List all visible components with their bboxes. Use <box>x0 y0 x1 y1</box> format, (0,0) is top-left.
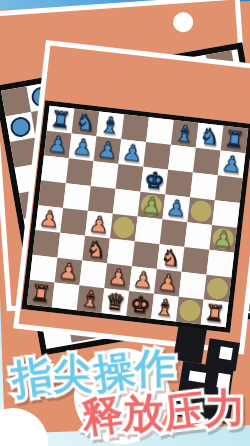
square-g2[interactable] <box>179 272 207 300</box>
black-knight-g8[interactable]: ♞ <box>196 123 224 151</box>
square-f4[interactable] <box>160 219 188 247</box>
square-b6[interactable] <box>66 158 94 186</box>
blue-disc-piece <box>9 115 32 138</box>
square-f1[interactable]: ♝ <box>151 294 179 322</box>
square-c5[interactable] <box>88 186 116 214</box>
square-g8[interactable]: ♞ <box>196 123 224 151</box>
ad-screenshot: ♜♞♝♝♞♜♟♟♟♟♟♚♟♟♟♟♟♞♞♟♟♟♟♜♝♛♚♝♜ 指尖操作 释放压力 <box>0 0 250 446</box>
square-d6[interactable] <box>116 164 144 192</box>
square-g4[interactable] <box>184 222 212 250</box>
square-e3[interactable] <box>132 241 160 269</box>
square-b3[interactable] <box>57 233 85 261</box>
move-hint-circle[interactable] <box>206 277 229 300</box>
square-f8[interactable]: ♝ <box>171 120 199 148</box>
square-g5[interactable] <box>187 197 215 225</box>
square-d7[interactable]: ♟ <box>118 139 146 167</box>
square-c6[interactable] <box>91 161 119 189</box>
black-pawn-e5[interactable]: ♟ <box>138 192 166 220</box>
white-pawn-f2[interactable]: ♟ <box>154 269 182 297</box>
tagline-char: 释 <box>79 387 126 446</box>
square-h1[interactable]: ♜ <box>201 300 229 328</box>
white-rook-h1[interactable]: ♜ <box>201 300 229 328</box>
square-h8[interactable]: ♜ <box>221 126 249 154</box>
square-h6[interactable] <box>215 175 243 203</box>
white-pawn-d2[interactable]: ♟ <box>104 263 132 291</box>
square-a8[interactable]: ♜ <box>47 106 75 134</box>
chessboard[interactable]: ♜♞♝♝♞♜♟♟♟♟♟♚♟♟♟♟♟♞♞♟♟♟♟♜♝♛♚♝♜ <box>21 100 250 332</box>
square-d3[interactable] <box>107 239 135 267</box>
square-g3[interactable] <box>182 247 210 275</box>
square-f7[interactable] <box>168 145 196 173</box>
square-a1[interactable]: ♜ <box>27 280 55 308</box>
black-pawn-f5[interactable]: ♟ <box>162 194 190 222</box>
tagline-char: 力 <box>205 381 246 436</box>
square-h7[interactable]: ♟ <box>218 150 246 178</box>
tagline-char: 放 <box>123 386 164 441</box>
black-pawn-d7[interactable]: ♟ <box>118 139 146 167</box>
square-e4[interactable] <box>135 217 163 245</box>
white-knight-c3[interactable]: ♞ <box>82 236 110 264</box>
tagline-char: 指 <box>8 348 56 408</box>
tagline-line2: 释放压力 <box>81 380 248 444</box>
white-pawn-c4[interactable]: ♟ <box>85 211 113 239</box>
main-board-card: ♜♞♝♝♞♜♟♟♟♟♟♚♟♟♟♟♟♞♞♟♟♟♟♜♝♛♚♝♜ <box>13 40 250 354</box>
square-e2[interactable]: ♟ <box>129 266 157 294</box>
square-b2[interactable]: ♟ <box>55 258 83 286</box>
black-bishop-c8[interactable]: ♝ <box>96 111 124 139</box>
move-hint-circle[interactable] <box>190 200 213 223</box>
white-bishop-f1[interactable]: ♝ <box>151 294 179 322</box>
square-f2[interactable]: ♟ <box>154 269 182 297</box>
white-pawn-b2[interactable]: ♟ <box>55 258 83 286</box>
square-a4[interactable]: ♟ <box>35 205 63 233</box>
square-b5[interactable] <box>63 183 91 211</box>
square-g6[interactable] <box>190 172 218 200</box>
square-a7[interactable]: ♟ <box>44 131 72 159</box>
white-pawn-e2[interactable]: ♟ <box>129 266 157 294</box>
black-bishop-f8[interactable]: ♝ <box>171 120 199 148</box>
square-c1[interactable]: ♝ <box>77 285 105 313</box>
square-c2[interactable] <box>79 261 107 289</box>
square-f6[interactable] <box>165 170 193 198</box>
black-knight-b8[interactable]: ♞ <box>72 109 100 137</box>
white-rook-a1[interactable]: ♜ <box>27 280 55 308</box>
black-rook-h8[interactable]: ♜ <box>221 126 249 154</box>
square-c4[interactable]: ♟ <box>85 211 113 239</box>
square-a5[interactable] <box>38 180 66 208</box>
square-a6[interactable] <box>41 156 69 184</box>
square-e8[interactable] <box>146 117 174 145</box>
black-pawn-c7[interactable]: ♟ <box>94 136 122 164</box>
square-e1[interactable]: ♚ <box>126 291 154 319</box>
square-h5[interactable] <box>212 200 240 228</box>
black-king-e6[interactable]: ♚ <box>140 167 168 195</box>
white-knight-f3[interactable]: ♞ <box>157 244 185 272</box>
square-d8[interactable] <box>121 114 149 142</box>
square-c8[interactable]: ♝ <box>96 111 124 139</box>
square-a3[interactable] <box>33 230 61 258</box>
square-f5[interactable]: ♟ <box>162 194 190 222</box>
white-king-e1[interactable]: ♚ <box>126 291 154 319</box>
square-b7[interactable]: ♟ <box>69 133 97 161</box>
square-d5[interactable] <box>113 189 141 217</box>
square-d4[interactable] <box>110 214 138 242</box>
move-hint-circle[interactable] <box>112 216 135 239</box>
square-g1[interactable] <box>176 297 204 325</box>
square-a2[interactable] <box>30 255 58 283</box>
square-e5[interactable]: ♟ <box>138 192 166 220</box>
square-b4[interactable] <box>60 208 88 236</box>
move-hint-circle[interactable] <box>178 299 201 322</box>
square-d2[interactable]: ♟ <box>104 263 132 291</box>
white-queen-d1[interactable]: ♛ <box>101 288 129 316</box>
square-d1[interactable]: ♛ <box>101 288 129 316</box>
square-h3[interactable] <box>206 250 234 278</box>
black-pawn-h7[interactable]: ♟ <box>218 150 246 178</box>
tagline-char: 压 <box>161 382 208 442</box>
square-c3[interactable]: ♞ <box>82 236 110 264</box>
square-e7[interactable] <box>143 142 171 170</box>
white-pawn-a4[interactable]: ♟ <box>35 205 63 233</box>
black-pawn-b7[interactable]: ♟ <box>69 133 97 161</box>
square-b1[interactable] <box>52 283 80 311</box>
square-h2[interactable] <box>204 275 232 303</box>
square-c7[interactable]: ♟ <box>94 136 122 164</box>
black-pawn-a7[interactable]: ♟ <box>44 131 72 159</box>
square-f3[interactable]: ♞ <box>157 244 185 272</box>
white-bishop-c1[interactable]: ♝ <box>77 285 105 313</box>
square-e6[interactable]: ♚ <box>140 167 168 195</box>
square-g7[interactable] <box>193 148 221 176</box>
square-b8[interactable]: ♞ <box>72 109 100 137</box>
square-h4[interactable]: ♟ <box>209 225 237 253</box>
black-rook-a8[interactable]: ♜ <box>47 106 75 134</box>
black-pawn-h4[interactable]: ♟ <box>209 225 237 253</box>
